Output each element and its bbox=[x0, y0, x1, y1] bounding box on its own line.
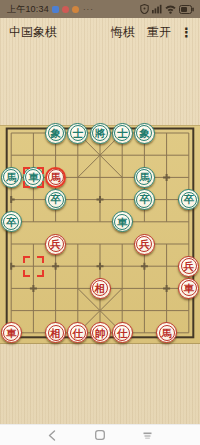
piece-red-advisor[interactable]: 仕 bbox=[112, 322, 133, 343]
piece-green-horse[interactable]: 馬 bbox=[134, 167, 155, 188]
piece-label: 車 bbox=[114, 214, 130, 230]
piece-green-elephant[interactable]: 象 bbox=[134, 123, 155, 144]
notification-overflow-icon: ··· bbox=[83, 5, 94, 14]
page-title: 中国象棋 bbox=[9, 24, 57, 41]
board-grid bbox=[0, 126, 200, 345]
piece-label: 士 bbox=[70, 125, 86, 141]
piece-label: 卒 bbox=[181, 192, 197, 208]
piece-label: 馬 bbox=[136, 169, 152, 185]
piece-label: 車 bbox=[25, 169, 41, 185]
piece-label: 車 bbox=[181, 280, 197, 296]
status-time: 上午10:34 bbox=[7, 3, 49, 16]
piece-label: 兵 bbox=[181, 258, 197, 274]
restart-button[interactable]: 重开 bbox=[141, 20, 177, 45]
piece-label: 馬 bbox=[48, 169, 64, 185]
piece-green-soldier[interactable]: 卒 bbox=[134, 189, 155, 210]
piece-label: 卒 bbox=[48, 192, 64, 208]
shield-icon bbox=[140, 4, 149, 14]
piece-green-soldier[interactable]: 卒 bbox=[1, 211, 22, 232]
piece-label: 象 bbox=[136, 125, 152, 141]
piece-label: 兵 bbox=[136, 236, 152, 252]
piece-red-soldier[interactable]: 兵 bbox=[178, 256, 199, 277]
status-bar: 上午10:34 ··· bbox=[0, 0, 200, 18]
piece-green-horse[interactable]: 馬 bbox=[1, 167, 22, 188]
piece-red-chariot[interactable]: 車 bbox=[1, 322, 22, 343]
notification-icon-orange bbox=[72, 6, 79, 13]
piece-label: 相 bbox=[48, 325, 64, 341]
wifi-icon bbox=[165, 5, 176, 14]
overflow-menu-icon[interactable]: ⋮ bbox=[177, 21, 200, 44]
nav-recents-button[interactable] bbox=[143, 431, 152, 440]
piece-label: 仕 bbox=[114, 325, 130, 341]
piece-green-advisor[interactable]: 士 bbox=[112, 123, 133, 144]
nav-home-button[interactable] bbox=[95, 430, 105, 440]
piece-label: 車 bbox=[3, 325, 19, 341]
piece-label: 象 bbox=[48, 125, 64, 141]
app-title-bar: 中国象棋 悔棋 重开 ⋮ bbox=[0, 18, 200, 46]
piece-green-chariot[interactable]: 車 bbox=[23, 167, 44, 188]
piece-label: 仕 bbox=[70, 325, 86, 341]
signal-icon bbox=[152, 4, 162, 14]
piece-green-advisor[interactable]: 士 bbox=[67, 123, 88, 144]
notification-icon-red bbox=[62, 6, 69, 13]
piece-red-horse[interactable]: 馬 bbox=[45, 167, 66, 188]
app-screen: 上午10:34 ··· 中国象棋 悔棋 重开 ⋮ 象士將士象馬車馬馬卒卒卒卒車兵… bbox=[0, 0, 200, 445]
piece-red-soldier[interactable]: 兵 bbox=[134, 234, 155, 255]
piece-label: 帥 bbox=[92, 325, 108, 341]
piece-green-general[interactable]: 將 bbox=[90, 123, 111, 144]
piece-label: 馬 bbox=[3, 169, 19, 185]
piece-label: 兵 bbox=[48, 236, 64, 252]
piece-red-elephant[interactable]: 相 bbox=[90, 278, 111, 299]
xiangqi-board[interactable]: 象士將士象馬車馬馬卒卒卒卒車兵兵兵相車車相仕帥仕馬 bbox=[0, 125, 200, 344]
piece-label: 相 bbox=[92, 280, 108, 296]
android-nav-bar bbox=[0, 424, 200, 445]
piece-green-elephant[interactable]: 象 bbox=[45, 123, 66, 144]
piece-red-soldier[interactable]: 兵 bbox=[45, 234, 66, 255]
piece-label: 馬 bbox=[159, 325, 175, 341]
undo-move-button[interactable]: 悔棋 bbox=[105, 20, 141, 45]
piece-red-general[interactable]: 帥 bbox=[90, 322, 111, 343]
nav-back-button[interactable] bbox=[48, 430, 56, 441]
battery-icon bbox=[179, 5, 194, 14]
piece-green-chariot[interactable]: 車 bbox=[112, 211, 133, 232]
piece-label: 士 bbox=[114, 125, 130, 141]
notification-icon-blue bbox=[52, 6, 59, 13]
piece-label: 將 bbox=[92, 125, 108, 141]
piece-label: 卒 bbox=[136, 192, 152, 208]
piece-label: 卒 bbox=[3, 214, 19, 230]
